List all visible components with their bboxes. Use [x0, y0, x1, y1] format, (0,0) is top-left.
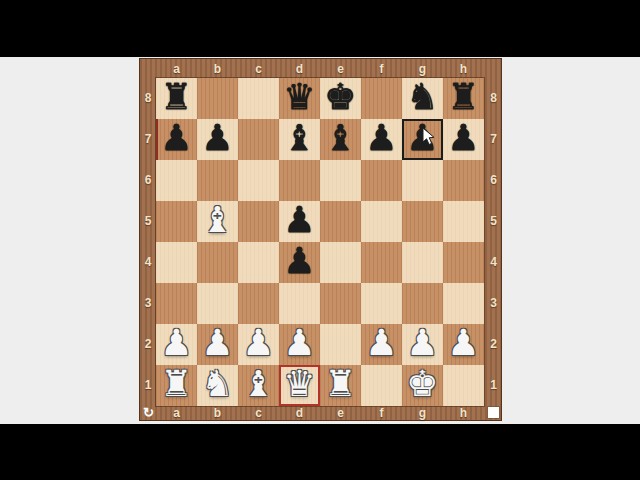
black-pawn[interactable]: ♟: [283, 243, 315, 279]
file-label-d-bottom: d: [279, 406, 320, 422]
white-pawn[interactable]: ♟: [201, 325, 233, 361]
square-e1[interactable]: ♜: [320, 365, 361, 406]
side-to-move-indicator: [488, 407, 499, 418]
square-g8[interactable]: ♞: [402, 78, 443, 119]
square-c2[interactable]: ♟: [238, 324, 279, 365]
rank-label-4-right: 4: [484, 242, 503, 283]
square-h8[interactable]: ♜: [443, 78, 484, 119]
square-h5[interactable]: [443, 201, 484, 242]
letterbox-top: [0, 0, 640, 57]
square-g2[interactable]: ♟: [402, 324, 443, 365]
square-g7[interactable]: ♟: [402, 119, 443, 160]
white-king[interactable]: ♚: [406, 366, 438, 402]
square-b7[interactable]: ♟: [197, 119, 238, 160]
square-b4[interactable]: [197, 242, 238, 283]
white-pawn[interactable]: ♟: [283, 325, 315, 361]
file-label-c-top: c: [238, 59, 279, 78]
square-b2[interactable]: ♟: [197, 324, 238, 365]
black-pawn[interactable]: ♟: [201, 120, 233, 156]
black-pawn[interactable]: ♟: [406, 120, 438, 156]
square-a6[interactable]: [156, 160, 197, 201]
square-b5[interactable]: ♝: [197, 201, 238, 242]
black-bishop[interactable]: ♝: [324, 120, 356, 156]
square-c5[interactable]: [238, 201, 279, 242]
square-d4[interactable]: ♟: [279, 242, 320, 283]
rank-label-2-right: 2: [484, 324, 503, 365]
board-frame: ♜♛♚♞♜♟♟♝♝♟♟♟♝♟♟♟♟♟♟♟♟♟♜♞♝♛♜♚ ↻ aabbccdde…: [139, 58, 502, 421]
square-f4[interactable]: [361, 242, 402, 283]
file-label-g-bottom: g: [402, 406, 443, 422]
black-rook[interactable]: ♜: [447, 79, 479, 115]
square-h7[interactable]: ♟: [443, 119, 484, 160]
rank-label-7-right: 7: [484, 119, 503, 160]
square-f6[interactable]: [361, 160, 402, 201]
rank-label-7-left: 7: [140, 119, 156, 160]
file-label-h-top: h: [443, 59, 484, 78]
file-label-h-bottom: h: [443, 406, 484, 422]
square-h3[interactable]: [443, 283, 484, 324]
square-e2[interactable]: [320, 324, 361, 365]
square-f1[interactable]: [361, 365, 402, 406]
file-label-a-top: a: [156, 59, 197, 78]
rank-label-1-left: 1: [140, 365, 156, 406]
file-label-f-top: f: [361, 59, 402, 78]
square-e8[interactable]: ♚: [320, 78, 361, 119]
file-label-c-bottom: c: [238, 406, 279, 422]
square-f7[interactable]: ♟: [361, 119, 402, 160]
square-f8[interactable]: [361, 78, 402, 119]
square-f5[interactable]: [361, 201, 402, 242]
square-c8[interactable]: [238, 78, 279, 119]
file-label-f-bottom: f: [361, 406, 402, 422]
rank-label-6-left: 6: [140, 160, 156, 201]
rank-label-3-left: 3: [140, 283, 156, 324]
board-grid: ♜♛♚♞♜♟♟♝♝♟♟♟♝♟♟♟♟♟♟♟♟♟♜♞♝♛♜♚: [156, 78, 484, 406]
square-h6[interactable]: [443, 160, 484, 201]
square-a3[interactable]: [156, 283, 197, 324]
square-c6[interactable]: [238, 160, 279, 201]
rank-label-4-left: 4: [140, 242, 156, 283]
square-e7[interactable]: ♝: [320, 119, 361, 160]
square-c1[interactable]: ♝: [238, 365, 279, 406]
black-bishop[interactable]: ♝: [283, 120, 315, 156]
black-queen[interactable]: ♛: [283, 79, 315, 115]
square-g6[interactable]: [402, 160, 443, 201]
white-pawn[interactable]: ♟: [242, 325, 274, 361]
square-e3[interactable]: [320, 283, 361, 324]
square-f3[interactable]: [361, 283, 402, 324]
file-label-d-top: d: [279, 59, 320, 78]
square-g1[interactable]: ♚: [402, 365, 443, 406]
square-h4[interactable]: [443, 242, 484, 283]
rank-label-3-right: 3: [484, 283, 503, 324]
square-c7[interactable]: [238, 119, 279, 160]
square-a7[interactable]: ♟: [156, 119, 197, 160]
black-king[interactable]: ♚: [324, 79, 356, 115]
white-knight[interactable]: ♞: [201, 366, 233, 402]
rank-label-8-left: 8: [140, 78, 156, 119]
file-label-e-bottom: e: [320, 406, 361, 422]
white-pawn[interactable]: ♟: [160, 325, 192, 361]
black-rook[interactable]: ♜: [160, 79, 192, 115]
square-a4[interactable]: [156, 242, 197, 283]
square-g3[interactable]: [402, 283, 443, 324]
white-rook[interactable]: ♜: [324, 366, 356, 402]
square-d1[interactable]: ♛: [279, 365, 320, 406]
white-bishop[interactable]: ♝: [242, 366, 274, 402]
square-b6[interactable]: [197, 160, 238, 201]
square-g5[interactable]: [402, 201, 443, 242]
black-pawn[interactable]: ♟: [447, 120, 479, 156]
flip-board-icon[interactable]: ↻: [141, 405, 156, 421]
rank-label-8-right: 8: [484, 78, 503, 119]
square-e4[interactable]: [320, 242, 361, 283]
white-pawn[interactable]: ♟: [406, 325, 438, 361]
square-d7[interactable]: ♝: [279, 119, 320, 160]
square-a2[interactable]: ♟: [156, 324, 197, 365]
square-h2[interactable]: ♟: [443, 324, 484, 365]
black-pawn[interactable]: ♟: [365, 120, 397, 156]
square-d2[interactable]: ♟: [279, 324, 320, 365]
file-label-g-top: g: [402, 59, 443, 78]
black-pawn[interactable]: ♟: [283, 202, 315, 238]
black-pawn[interactable]: ♟: [160, 120, 192, 156]
file-label-b-bottom: b: [197, 406, 238, 422]
square-e6[interactable]: [320, 160, 361, 201]
file-label-a-bottom: a: [156, 406, 197, 422]
white-rook[interactable]: ♜: [160, 366, 192, 402]
square-h1[interactable]: [443, 365, 484, 406]
black-knight[interactable]: ♞: [406, 79, 438, 115]
white-bishop[interactable]: ♝: [201, 202, 233, 238]
file-label-b-top: b: [197, 59, 238, 78]
letterbox-bottom: [0, 424, 640, 480]
white-pawn[interactable]: ♟: [365, 325, 397, 361]
square-a1[interactable]: ♜: [156, 365, 197, 406]
square-f2[interactable]: ♟: [361, 324, 402, 365]
app-background: ♜♛♚♞♜♟♟♝♝♟♟♟♝♟♟♟♟♟♟♟♟♟♜♞♝♛♜♚ ↻ aabbccdde…: [0, 57, 640, 424]
square-b3[interactable]: [197, 283, 238, 324]
rank-label-1-right: 1: [484, 365, 503, 406]
square-c3[interactable]: [238, 283, 279, 324]
square-d8[interactable]: ♛: [279, 78, 320, 119]
square-a5[interactable]: [156, 201, 197, 242]
white-pawn[interactable]: ♟: [447, 325, 479, 361]
square-g4[interactable]: [402, 242, 443, 283]
square-b1[interactable]: ♞: [197, 365, 238, 406]
square-b8[interactable]: [197, 78, 238, 119]
square-d3[interactable]: [279, 283, 320, 324]
square-e5[interactable]: [320, 201, 361, 242]
square-d6[interactable]: [279, 160, 320, 201]
rank-label-2-left: 2: [140, 324, 156, 365]
white-queen[interactable]: ♛: [283, 366, 315, 402]
square-c4[interactable]: [238, 242, 279, 283]
rank-label-5-right: 5: [484, 201, 503, 242]
rank-label-6-right: 6: [484, 160, 503, 201]
rank-label-5-left: 5: [140, 201, 156, 242]
square-d5[interactable]: ♟: [279, 201, 320, 242]
file-label-e-top: e: [320, 59, 361, 78]
square-a8[interactable]: ♜: [156, 78, 197, 119]
